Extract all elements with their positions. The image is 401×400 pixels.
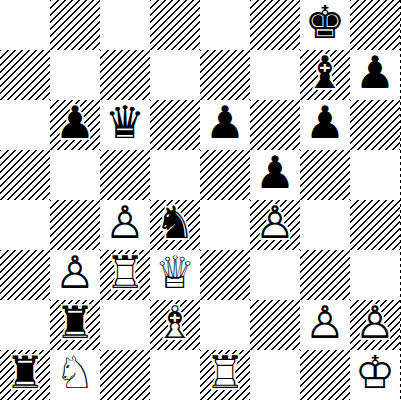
black-pawn-e6[interactable]: ♟♟ <box>200 100 250 150</box>
piece-glyph: ♕ <box>150 248 200 298</box>
white-pawn-g2[interactable]: ♟♙ <box>300 300 350 350</box>
square-c7[interactable] <box>100 50 150 100</box>
square-h4[interactable] <box>350 200 400 250</box>
square-h8[interactable] <box>350 0 400 50</box>
square-a1[interactable]: ♜♜ <box>0 350 50 400</box>
white-pawn-h2[interactable]: ♟♙ <box>350 300 400 350</box>
square-c4[interactable]: ♟♙ <box>100 200 150 250</box>
square-f2[interactable] <box>250 300 300 350</box>
white-queen-d3[interactable]: ♛♕ <box>150 250 200 300</box>
piece-glyph: ♜ <box>0 348 50 398</box>
square-g3[interactable] <box>300 250 350 300</box>
piece-glyph: ♟ <box>250 148 300 198</box>
piece-glyph: ♟ <box>50 98 100 148</box>
piece-glyph: ♖ <box>200 348 250 398</box>
square-e2[interactable] <box>200 300 250 350</box>
square-c2[interactable] <box>100 300 150 350</box>
square-a7[interactable] <box>0 50 50 100</box>
white-bishop-d2[interactable]: ♝♗ <box>150 300 200 350</box>
piece-glyph: ♙ <box>350 298 400 348</box>
piece-glyph: ♟ <box>350 48 400 98</box>
piece-glyph: ♟ <box>300 98 350 148</box>
square-b5[interactable] <box>50 150 100 200</box>
square-h2[interactable]: ♟♙ <box>350 300 400 350</box>
black-pawn-g6[interactable]: ♟♟ <box>300 100 350 150</box>
square-f4[interactable]: ♟♙ <box>250 200 300 250</box>
square-h3[interactable] <box>350 250 400 300</box>
square-f3[interactable] <box>250 250 300 300</box>
square-a2[interactable] <box>0 300 50 350</box>
square-g6[interactable]: ♟♟ <box>300 100 350 150</box>
square-b8[interactable] <box>50 0 100 50</box>
square-e7[interactable] <box>200 50 250 100</box>
square-d3[interactable]: ♛♕ <box>150 250 200 300</box>
piece-glyph: ♙ <box>250 198 300 248</box>
square-e6[interactable]: ♟♟ <box>200 100 250 150</box>
square-c3[interactable]: ♜♖ <box>100 250 150 300</box>
square-b4[interactable] <box>50 200 100 250</box>
piece-glyph: ♛ <box>100 98 150 148</box>
square-d1[interactable] <box>150 350 200 400</box>
square-d8[interactable] <box>150 0 200 50</box>
white-pawn-c4[interactable]: ♟♙ <box>100 200 150 250</box>
chess-board: ♚♚♝♝♟♟♟♟♛♛♟♟♟♟♟♟♟♙♞♞♟♙♟♙♜♖♛♕♜♜♝♗♟♙♟♙♜♜♞♘… <box>0 0 400 400</box>
black-queen-c6[interactable]: ♛♛ <box>100 100 150 150</box>
square-f1[interactable] <box>250 350 300 400</box>
white-rook-e1[interactable]: ♜♖ <box>200 350 250 400</box>
square-c8[interactable] <box>100 0 150 50</box>
square-f8[interactable] <box>250 0 300 50</box>
square-g4[interactable] <box>300 200 350 250</box>
square-b6[interactable]: ♟♟ <box>50 100 100 150</box>
square-c5[interactable] <box>100 150 150 200</box>
square-e5[interactable] <box>200 150 250 200</box>
square-h6[interactable] <box>350 100 400 150</box>
square-g8[interactable]: ♚♚ <box>300 0 350 50</box>
square-e3[interactable] <box>200 250 250 300</box>
square-b7[interactable] <box>50 50 100 100</box>
square-a8[interactable] <box>0 0 50 50</box>
black-rook-b2[interactable]: ♜♜ <box>50 300 100 350</box>
square-g7[interactable]: ♝♝ <box>300 50 350 100</box>
piece-glyph: ♚ <box>300 0 350 48</box>
square-d2[interactable]: ♝♗ <box>150 300 200 350</box>
piece-glyph: ♙ <box>300 298 350 348</box>
white-knight-b1[interactable]: ♞♘ <box>50 350 100 400</box>
black-knight-d4[interactable]: ♞♞ <box>150 200 200 250</box>
piece-glyph: ♘ <box>50 348 100 398</box>
square-g2[interactable]: ♟♙ <box>300 300 350 350</box>
square-e1[interactable]: ♜♖ <box>200 350 250 400</box>
square-f7[interactable] <box>250 50 300 100</box>
square-b2[interactable]: ♜♜ <box>50 300 100 350</box>
black-pawn-h7[interactable]: ♟♟ <box>350 50 400 100</box>
square-b1[interactable]: ♞♘ <box>50 350 100 400</box>
square-a3[interactable] <box>0 250 50 300</box>
square-d6[interactable] <box>150 100 200 150</box>
black-pawn-f5[interactable]: ♟♟ <box>250 150 300 200</box>
square-h7[interactable]: ♟♟ <box>350 50 400 100</box>
square-c6[interactable]: ♛♛ <box>100 100 150 150</box>
white-king-h1[interactable]: ♚♔ <box>350 350 400 400</box>
piece-glyph: ♔ <box>350 348 400 398</box>
square-h1[interactable]: ♚♔ <box>350 350 400 400</box>
square-g5[interactable] <box>300 150 350 200</box>
square-f6[interactable] <box>250 100 300 150</box>
piece-glyph: ♝ <box>300 48 350 98</box>
square-a6[interactable] <box>0 100 50 150</box>
black-bishop-g7[interactable]: ♝♝ <box>300 50 350 100</box>
piece-glyph: ♙ <box>100 198 150 248</box>
square-b3[interactable]: ♟♙ <box>50 250 100 300</box>
square-c1[interactable] <box>100 350 150 400</box>
square-g1[interactable] <box>300 350 350 400</box>
square-d7[interactable] <box>150 50 200 100</box>
piece-glyph: ♖ <box>100 248 150 298</box>
black-rook-a1[interactable]: ♜♜ <box>0 350 50 400</box>
square-e8[interactable] <box>200 0 250 50</box>
piece-glyph: ♞ <box>150 198 200 248</box>
square-f5[interactable]: ♟♟ <box>250 150 300 200</box>
square-e4[interactable] <box>200 200 250 250</box>
black-pawn-b6[interactable]: ♟♟ <box>50 100 100 150</box>
square-d4[interactable]: ♞♞ <box>150 200 200 250</box>
square-d5[interactable] <box>150 150 200 200</box>
square-a4[interactable] <box>0 200 50 250</box>
piece-glyph: ♜ <box>50 298 100 348</box>
square-a5[interactable] <box>0 150 50 200</box>
white-pawn-b3[interactable]: ♟♙ <box>50 250 100 300</box>
white-pawn-f4[interactable]: ♟♙ <box>250 200 300 250</box>
piece-glyph: ♗ <box>150 298 200 348</box>
piece-glyph: ♙ <box>50 248 100 298</box>
chess-diagram: ♚♚♝♝♟♟♟♟♛♛♟♟♟♟♟♟♟♙♞♞♟♙♟♙♜♖♛♕♜♜♝♗♟♙♟♙♜♜♞♘… <box>0 0 401 400</box>
piece-glyph: ♟ <box>200 98 250 148</box>
black-king-g8[interactable]: ♚♚ <box>300 0 350 50</box>
square-h5[interactable] <box>350 150 400 200</box>
white-rook-c3[interactable]: ♜♖ <box>100 250 150 300</box>
